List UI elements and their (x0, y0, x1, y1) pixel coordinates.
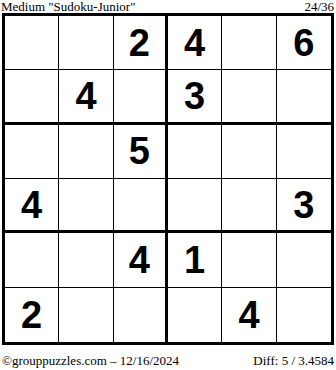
cell-r5c6[interactable] (277, 233, 331, 287)
cell-r3c6[interactable] (277, 125, 331, 179)
cell-r5c1[interactable] (5, 233, 59, 287)
cell-r4c3[interactable] (114, 179, 168, 233)
cell-r2c1[interactable] (5, 70, 59, 124)
cell-r4c2[interactable] (59, 179, 113, 233)
cell-r2c2[interactable]: 4 (59, 70, 113, 124)
cell-r1c5[interactable] (222, 16, 276, 70)
cell-r5c5[interactable] (222, 233, 276, 287)
difficulty-text: Diff: 5 / 3.4584 (253, 354, 334, 368)
cell-r3c4[interactable] (168, 125, 222, 179)
cell-r3c1[interactable] (5, 125, 59, 179)
copyright-text: ©grouppuzzles.com – 12/16/2024 (2, 354, 179, 368)
cell-r6c2[interactable] (59, 288, 113, 342)
cell-r1c1[interactable] (5, 16, 59, 70)
puzzle-counter: 24/36 (304, 0, 334, 13)
cell-r5c2[interactable] (59, 233, 113, 287)
cell-r5c3[interactable]: 4 (114, 233, 168, 287)
cell-r4c5[interactable] (222, 179, 276, 233)
cell-r6c6[interactable] (277, 288, 331, 342)
cell-r4c4[interactable] (168, 179, 222, 233)
sudoku-grid: 246435434124 (2, 13, 334, 345)
cell-r1c3[interactable]: 2 (114, 16, 168, 70)
cell-r2c3[interactable] (114, 70, 168, 124)
cell-r2c4[interactable]: 3 (168, 70, 222, 124)
cell-r6c3[interactable] (114, 288, 168, 342)
cell-r3c5[interactable] (222, 125, 276, 179)
cell-r6c1[interactable]: 2 (5, 288, 59, 342)
cell-r2c5[interactable] (222, 70, 276, 124)
cell-r3c3[interactable]: 5 (114, 125, 168, 179)
cell-r4c1[interactable]: 4 (5, 179, 59, 233)
cell-r2c6[interactable] (277, 70, 331, 124)
cell-r6c5[interactable]: 4 (222, 288, 276, 342)
cell-r1c4[interactable]: 4 (168, 16, 222, 70)
cell-r6c4[interactable] (168, 288, 222, 342)
cell-r4c6[interactable]: 3 (277, 179, 331, 233)
cell-r5c4[interactable]: 1 (168, 233, 222, 287)
puzzle-title: Medium "Sudoku-Junior" (1, 0, 135, 13)
cell-r3c2[interactable] (59, 125, 113, 179)
cell-r1c2[interactable] (59, 16, 113, 70)
cell-r1c6[interactable]: 6 (277, 16, 331, 70)
